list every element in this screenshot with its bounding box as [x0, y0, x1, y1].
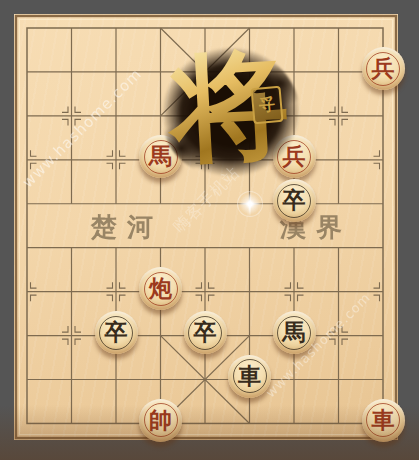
piece-black-general[interactable]: 將 — [228, 91, 271, 134]
piece-character: 馬 — [283, 320, 306, 343]
pieces-layer: 兵將馬兵卒炮卒卒馬車帥車 — [5, 6, 406, 445]
piece-black-soldier[interactable]: 卒 — [184, 311, 227, 354]
piece-red-general[interactable]: 帥 — [139, 399, 182, 442]
piece-red-cannon[interactable]: 炮 — [139, 267, 182, 310]
piece-character: 將 — [238, 100, 261, 123]
piece-character: 車 — [372, 408, 395, 431]
piece-red-horse[interactable]: 馬 — [139, 135, 182, 178]
piece-red-chariot[interactable]: 車 — [362, 399, 405, 442]
piece-character: 卒 — [194, 320, 217, 343]
xiangqi-board-screen: 楚河 漢界 兵將馬兵卒炮卒卒馬車帥車 将 寽 www.hashome.com嗨客… — [0, 0, 419, 460]
piece-black-soldier[interactable]: 卒 — [95, 311, 138, 354]
piece-red-soldier[interactable]: 兵 — [362, 47, 405, 90]
piece-character: 車 — [238, 364, 261, 387]
piece-black-chariot[interactable]: 車 — [228, 355, 271, 398]
piece-character: 帥 — [149, 408, 172, 431]
piece-red-soldier[interactable]: 兵 — [273, 135, 316, 178]
piece-black-soldier[interactable]: 卒 — [273, 179, 316, 222]
piece-character: 卒 — [283, 188, 306, 211]
piece-character: 兵 — [283, 144, 306, 167]
piece-character: 馬 — [149, 144, 172, 167]
piece-character: 兵 — [372, 56, 395, 79]
piece-black-horse[interactable]: 馬 — [273, 311, 316, 354]
piece-character: 炮 — [149, 276, 172, 299]
piece-character: 卒 — [105, 320, 128, 343]
